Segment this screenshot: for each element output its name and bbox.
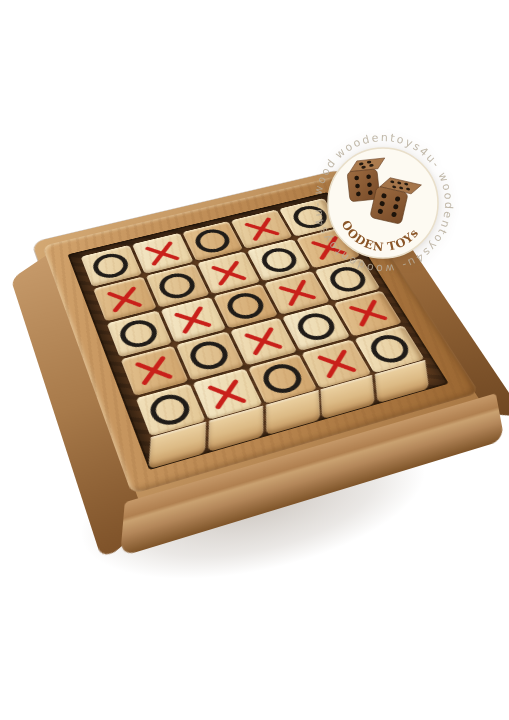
x-piece: [130, 352, 179, 390]
o-piece: [223, 290, 268, 322]
o-piece: [185, 338, 233, 374]
o-piece: [293, 310, 340, 343]
x-piece: [343, 296, 393, 331]
x-piece: [206, 257, 252, 289]
x-piece: [140, 238, 185, 269]
x-piece: [239, 323, 289, 359]
o-piece: [155, 270, 199, 302]
brand-badge: woodentoys4u- woodentoys4u- woodentoys4u…: [300, 120, 466, 286]
x-piece: [311, 345, 362, 382]
o-piece: [146, 390, 194, 428]
x-piece: [102, 282, 147, 315]
x-piece: [202, 374, 252, 413]
x-piece: [169, 302, 218, 338]
o-piece: [192, 227, 234, 256]
product-photo: woodentoys4u- woodentoys4u- woodentoys4u…: [0, 0, 509, 720]
o-piece: [364, 331, 414, 366]
o-piece: [117, 317, 162, 351]
x-piece: [239, 214, 285, 245]
o-piece: [256, 245, 301, 276]
o-piece: [89, 250, 133, 281]
o-piece: [258, 360, 307, 397]
